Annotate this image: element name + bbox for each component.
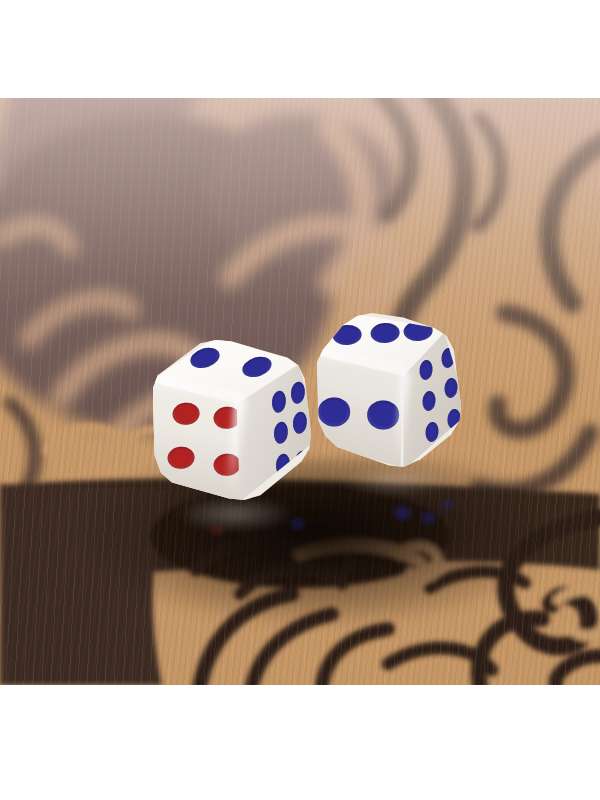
- pip-blue: [290, 381, 306, 405]
- pip-blue: [367, 400, 399, 429]
- pip-blue: [419, 359, 434, 380]
- pip-blue: [425, 421, 440, 442]
- pip-blue: [273, 421, 289, 445]
- pip-blue: [441, 347, 456, 368]
- pip-red: [167, 446, 196, 471]
- pip-blue: [443, 378, 458, 399]
- pip-blue: [370, 322, 400, 344]
- pip-red: [172, 401, 201, 426]
- screenshot-frame: [0, 0, 600, 800]
- product-photo: [0, 98, 600, 685]
- pip-blue: [240, 353, 274, 381]
- pip-blue: [292, 411, 308, 435]
- pip-blue: [271, 391, 287, 415]
- die-right: [317, 313, 461, 467]
- pip-blue: [318, 397, 350, 426]
- pip-blue: [422, 390, 437, 411]
